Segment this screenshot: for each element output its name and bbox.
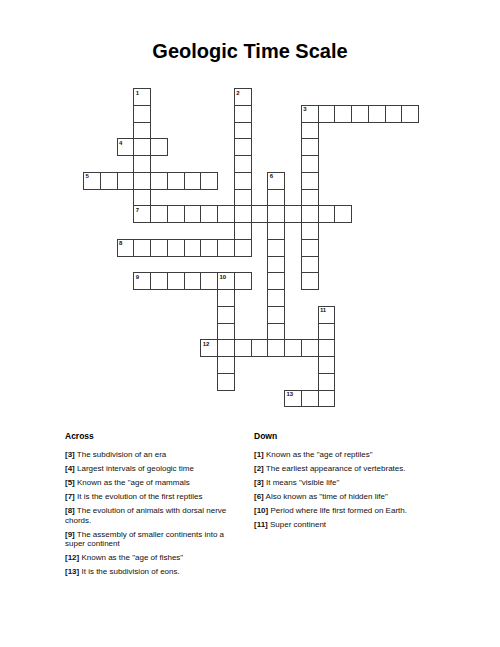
grid-cell[interactable]: [184, 205, 202, 223]
grid-cell[interactable]: 9: [133, 272, 151, 290]
clue-number: [1]: [254, 450, 264, 459]
clue-number: [5]: [65, 478, 75, 487]
grid-cell[interactable]: [401, 105, 419, 123]
grid-cell[interactable]: [133, 105, 151, 123]
grid-cell[interactable]: [301, 138, 319, 156]
grid-cell[interactable]: [385, 105, 403, 123]
clue-item: [6] Also known as "time of hidden life": [254, 492, 454, 502]
clue-number: [7]: [65, 492, 75, 501]
grid-cell[interactable]: [301, 189, 319, 207]
grid-cell[interactable]: [318, 323, 336, 341]
clue-item: [3] The subdivision of an era: [65, 450, 243, 460]
cell-number: 1: [136, 90, 139, 96]
grid-cell[interactable]: [301, 239, 319, 257]
grid-cell[interactable]: [200, 272, 218, 290]
grid-cell[interactable]: 13: [284, 390, 302, 408]
clue-item: [9] The assembly of smaller continents i…: [65, 530, 243, 549]
clue-item: [13] It is the subdivision of eons.: [65, 567, 243, 577]
grid-cell[interactable]: [318, 390, 336, 408]
grid-cell[interactable]: 8: [117, 239, 135, 257]
cell-number: 5: [86, 173, 89, 179]
cell-number: 6: [270, 173, 273, 179]
grid-cell[interactable]: [217, 239, 235, 257]
cell-number: 8: [119, 240, 122, 246]
grid-cell[interactable]: [150, 138, 168, 156]
grid-cell[interactable]: [234, 205, 252, 223]
grid-cell[interactable]: [217, 323, 235, 341]
grid-cell[interactable]: [284, 205, 302, 223]
grid-cell[interactable]: [301, 222, 319, 240]
grid-cell[interactable]: [267, 239, 285, 257]
grid-cell[interactable]: [133, 155, 151, 173]
cell-number: 9: [136, 274, 139, 280]
grid-cell[interactable]: [150, 205, 168, 223]
cell-number: 7: [136, 207, 139, 213]
grid-cell[interactable]: [117, 172, 135, 190]
grid-cell[interactable]: [217, 356, 235, 374]
grid-cell[interactable]: [167, 239, 185, 257]
grid-cell[interactable]: [234, 138, 252, 156]
grid-cell[interactable]: [301, 172, 319, 190]
grid-cell[interactable]: [301, 122, 319, 140]
cell-number: 4: [119, 140, 122, 146]
grid-cell[interactable]: [267, 339, 285, 357]
grid-cell[interactable]: [133, 122, 151, 140]
grid-cell[interactable]: [167, 172, 185, 190]
down-clue-list: [1] Known as the "age of reptiles"[2] Th…: [254, 450, 454, 530]
clue-item: [4] Largest intervals of geologic time: [65, 464, 243, 474]
grid-cell[interactable]: [200, 239, 218, 257]
grid-cell[interactable]: [184, 272, 202, 290]
grid-cell[interactable]: [267, 323, 285, 341]
grid-cell[interactable]: [184, 239, 202, 257]
grid-cell[interactable]: [217, 339, 235, 357]
crossword-grid: 12345678910111213: [83, 88, 419, 407]
grid-cell[interactable]: [318, 373, 336, 391]
grid-cell[interactable]: [234, 155, 252, 173]
clue-number: [3]: [254, 478, 264, 487]
grid-cell[interactable]: [334, 205, 352, 223]
grid-cell[interactable]: [234, 105, 252, 123]
clue-item: [3] It means "visible life": [254, 478, 454, 488]
grid-cell[interactable]: [200, 172, 218, 190]
grid-cell[interactable]: [318, 205, 336, 223]
clue-number: [4]: [65, 464, 75, 473]
grid-cell[interactable]: [234, 239, 252, 257]
clue-item: [12] Known as the "age of fishes": [65, 553, 243, 563]
cell-number: 10: [220, 274, 226, 280]
grid-cell[interactable]: [217, 306, 235, 324]
down-clues-section: Down [1] Known as the "age of reptiles"[…: [254, 431, 454, 534]
grid-cell[interactable]: [150, 272, 168, 290]
grid-cell[interactable]: [133, 138, 151, 156]
grid-cell[interactable]: [301, 272, 319, 290]
grid-cell[interactable]: 7: [133, 205, 151, 223]
grid-cell[interactable]: 6: [267, 172, 285, 190]
cell-number: 2: [236, 90, 239, 96]
grid-cell[interactable]: [267, 205, 285, 223]
grid-cell[interactable]: [217, 289, 235, 307]
grid-cell[interactable]: 3: [301, 105, 319, 123]
grid-cell[interactable]: 10: [217, 272, 235, 290]
clue-number: [12]: [65, 553, 79, 562]
clue-number: [11]: [254, 520, 268, 529]
clue-number: [13]: [65, 567, 79, 576]
clue-item: [8] The evolution of animals with dorsal…: [65, 506, 243, 525]
grid-cell[interactable]: [284, 339, 302, 357]
grid-cell[interactable]: [234, 222, 252, 240]
clue-number: [9]: [65, 530, 75, 539]
grid-cell[interactable]: [167, 205, 185, 223]
grid-cell[interactable]: 4: [117, 138, 135, 156]
clue-number: [6]: [254, 492, 264, 501]
grid-cell[interactable]: [334, 105, 352, 123]
clue-number: [8]: [65, 506, 75, 515]
clue-item: [5] Known as the "age of mammals: [65, 478, 243, 488]
grid-cell[interactable]: [217, 373, 235, 391]
clue-item: [2] The earliest appearance of vertebrat…: [254, 464, 454, 474]
grid-cell[interactable]: [318, 105, 336, 123]
grid-cell[interactable]: 11: [318, 306, 336, 324]
clue-number: [10]: [254, 506, 268, 515]
grid-cell[interactable]: [234, 272, 252, 290]
grid-cell[interactable]: [200, 205, 218, 223]
page-title: Geologic Time Scale: [0, 40, 500, 63]
grid-cell[interactable]: [234, 172, 252, 190]
clue-item: [10] Period where life first formed on E…: [254, 506, 454, 516]
grid-cell[interactable]: [301, 205, 319, 223]
grid-cell[interactable]: [150, 172, 168, 190]
grid-cell[interactable]: 12: [200, 339, 218, 357]
grid-cell[interactable]: 2: [234, 88, 252, 106]
grid-cell[interactable]: [301, 390, 319, 408]
cell-number: 12: [203, 341, 209, 347]
clue-number: [2]: [254, 464, 264, 473]
grid-cell[interactable]: [133, 189, 151, 207]
grid-cell[interactable]: [234, 189, 252, 207]
grid-cell[interactable]: [133, 239, 151, 257]
grid-cell[interactable]: [267, 306, 285, 324]
grid-cell[interactable]: [267, 222, 285, 240]
cell-number: 3: [303, 106, 306, 112]
grid-cell[interactable]: [234, 339, 252, 357]
clue-item: [7] It is the evolution of the first rep…: [65, 492, 243, 502]
grid-cell[interactable]: [301, 256, 319, 274]
down-header: Down: [254, 431, 454, 441]
clue-number: [3]: [65, 450, 75, 459]
grid-cell[interactable]: [267, 272, 285, 290]
grid-cell[interactable]: [100, 172, 118, 190]
cell-number: 13: [287, 391, 293, 397]
grid-cell[interactable]: [234, 122, 252, 140]
grid-cell[interactable]: [301, 339, 319, 357]
grid-cell[interactable]: [133, 172, 151, 190]
clue-item: [11] Super continent: [254, 520, 454, 530]
clue-item: [1] Known as the "age of reptiles": [254, 450, 454, 460]
across-clues-section: Across [3] The subdivision of an era[4] …: [65, 431, 243, 581]
grid-cell[interactable]: [267, 189, 285, 207]
grid-cell[interactable]: [251, 339, 269, 357]
grid-cell[interactable]: [167, 272, 185, 290]
grid-cell[interactable]: [184, 172, 202, 190]
grid-cell[interactable]: 5: [83, 172, 101, 190]
cell-number: 11: [320, 307, 326, 313]
grid-cell[interactable]: [368, 105, 386, 123]
grid-cell[interactable]: 1: [133, 88, 151, 106]
grid-cell[interactable]: [301, 155, 319, 173]
grid-cell[interactable]: [267, 289, 285, 307]
grid-cell[interactable]: [217, 205, 235, 223]
grid-cell[interactable]: [267, 256, 285, 274]
grid-cell[interactable]: [251, 205, 269, 223]
across-header: Across: [65, 431, 243, 441]
across-clue-list: [3] The subdivision of an era[4] Largest…: [65, 450, 243, 577]
grid-cell[interactable]: [150, 239, 168, 257]
grid-cell[interactable]: [318, 356, 336, 374]
grid-cell[interactable]: [318, 339, 336, 357]
grid-cell[interactable]: [351, 105, 369, 123]
